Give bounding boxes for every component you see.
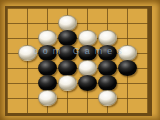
white-stone (98, 90, 117, 106)
goban-board[interactable] (5, 6, 152, 116)
white-stone (118, 45, 137, 61)
black-stone (118, 60, 137, 76)
white-stone (98, 30, 117, 46)
black-stone (58, 60, 77, 76)
game-screenshot: com Games (0, 0, 160, 120)
white-stone (78, 30, 97, 46)
black-stone (98, 75, 117, 91)
black-stone (58, 45, 77, 61)
black-stone (98, 45, 117, 61)
black-stone (38, 75, 57, 91)
white-stone (38, 90, 57, 106)
black-stone (38, 60, 57, 76)
black-stone (58, 30, 77, 46)
white-stone (58, 15, 77, 31)
black-stone (98, 60, 117, 76)
black-stone (78, 45, 97, 61)
white-stone (58, 75, 77, 91)
white-stone (78, 60, 97, 76)
white-stone (38, 30, 57, 46)
white-stone (18, 45, 37, 61)
black-stone (78, 75, 97, 91)
black-stone (38, 45, 57, 61)
